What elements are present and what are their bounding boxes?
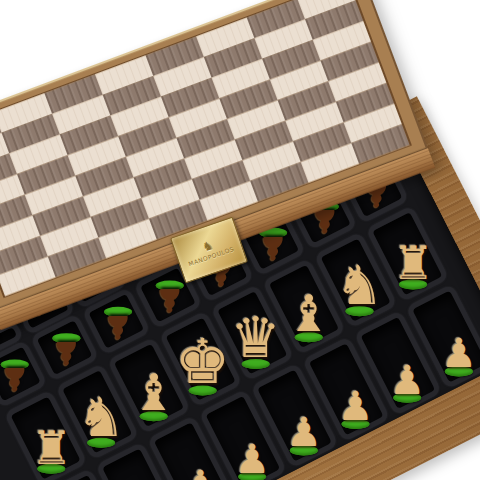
product-photo-scene: ♜♞♝♚♛♝♞♜♟♟♟♟♟♟♟♟♜♞♝♚♛♝♞♜♟♟♟♟♟♟♟♟ ♞ MANOP… xyxy=(0,0,480,480)
